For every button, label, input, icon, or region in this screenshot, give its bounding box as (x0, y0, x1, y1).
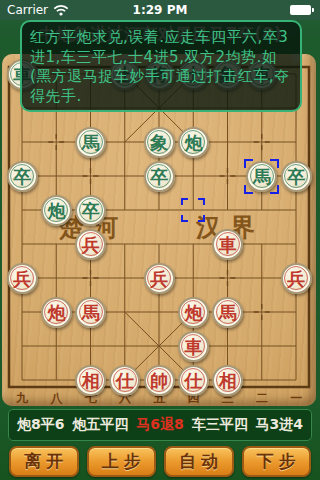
piece-red[interactable]: 車 (178, 331, 209, 362)
piece-glyph: 馬 (82, 304, 100, 322)
piece-glyph: 車 (219, 236, 237, 254)
piece-red[interactable]: 炮 (178, 297, 209, 328)
move-item: 炮8平6 (17, 416, 64, 434)
move-list: 炮8平6炮五平四马6退8车三平四马3进4 (8, 409, 312, 441)
piece-red[interactable]: 仕 (109, 365, 140, 396)
app-screen: Carrier 1:29 PM 中炮急进过河车对屏风马7卒(8) 楚河 汉界 (0, 0, 320, 480)
move-item-current: 马6退8 (136, 416, 183, 434)
piece-red[interactable]: 兵 (7, 263, 38, 294)
piece-glyph: 兵 (82, 236, 100, 254)
piece-red[interactable]: 帥 (144, 365, 175, 396)
next-button[interactable]: 下步 (242, 446, 312, 477)
piece-glyph: 相 (82, 372, 100, 390)
button-label: 离开 (19, 450, 68, 473)
move-item: 炮五平四 (72, 416, 128, 434)
piece-glyph: 卒 (82, 202, 100, 220)
piece-glyph: 炮 (184, 304, 202, 322)
button-label: 上步 (97, 450, 146, 473)
battery-icon (290, 5, 314, 15)
piece-black[interactable]: 炮 (178, 127, 209, 158)
last-move-from-marker (181, 198, 205, 222)
piece-glyph: 仕 (184, 372, 202, 390)
piece-black[interactable]: 馬 (75, 127, 106, 158)
piece-glyph: 卒 (13, 168, 31, 186)
piece-glyph: 炮 (47, 304, 65, 322)
piece-glyph: 炮 (184, 134, 202, 152)
piece-red[interactable]: 炮 (41, 297, 72, 328)
leave-button[interactable]: 离开 (9, 446, 79, 477)
piece-red[interactable]: 相 (75, 365, 106, 396)
piece-red[interactable]: 兵 (75, 229, 106, 260)
piece-black[interactable]: 卒 (281, 161, 312, 192)
button-label: 自动 (174, 450, 223, 473)
piece-glyph: 車 (184, 338, 202, 356)
piece-glyph: 兵 (287, 270, 305, 288)
piece-black[interactable]: 卒 (7, 161, 38, 192)
last-move-to-marker (244, 159, 279, 194)
piece-red[interactable]: 相 (212, 365, 243, 396)
back-button[interactable]: 上步 (87, 446, 157, 477)
piece-glyph: 帥 (150, 372, 168, 390)
piece-red[interactable]: 兵 (281, 263, 312, 294)
piece-glyph: 相 (219, 372, 237, 390)
piece-glyph: 仕 (116, 372, 134, 390)
piece-red[interactable]: 車 (212, 229, 243, 260)
move-item: 车三平四 (192, 416, 248, 434)
piece-glyph: 馬 (219, 304, 237, 322)
status-bar: Carrier 1:29 PM (0, 0, 320, 20)
piece-red[interactable]: 馬 (75, 297, 106, 328)
piece-black[interactable]: 炮 (41, 195, 72, 226)
clock: 1:29 PM (0, 3, 320, 17)
piece-black[interactable]: 卒 (144, 161, 175, 192)
piece-red[interactable]: 兵 (144, 263, 175, 294)
button-bar: 离开上步自动下步 (9, 446, 311, 477)
piece-glyph: 馬 (82, 134, 100, 152)
piece-black[interactable]: 象 (144, 127, 175, 158)
piece-red[interactable]: 仕 (178, 365, 209, 396)
piece-glyph: 象 (150, 134, 168, 152)
piece-glyph: 兵 (13, 270, 31, 288)
piece-red[interactable]: 馬 (212, 297, 243, 328)
piece-black[interactable]: 卒 (75, 195, 106, 226)
button-label: 下步 (252, 450, 301, 473)
piece-glyph: 兵 (150, 270, 168, 288)
move-item: 马3进4 (256, 416, 303, 434)
annotation-overlay[interactable]: 红方平炮求兑,误着.应走车四平六,卒3进1,车三平七,士4进5,双方2均势.如(… (20, 20, 302, 112)
piece-glyph: 炮 (47, 202, 65, 220)
piece-glyph: 卒 (287, 168, 305, 186)
auto-button[interactable]: 自动 (164, 446, 234, 477)
piece-glyph: 卒 (150, 168, 168, 186)
